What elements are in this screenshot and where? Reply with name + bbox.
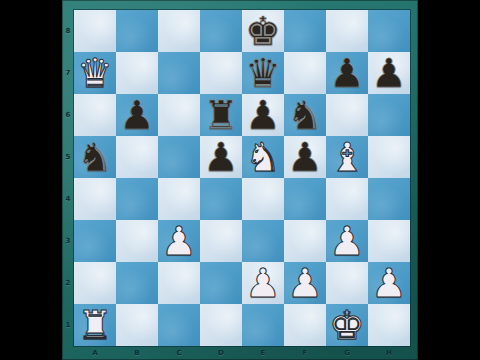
white-pawn-piece: ♟ <box>245 262 281 304</box>
square-d3[interactable] <box>200 220 242 262</box>
square-g7[interactable]: ♟ <box>326 52 368 94</box>
square-f3[interactable] <box>284 220 326 262</box>
square-b2[interactable] <box>116 262 158 304</box>
square-e1[interactable] <box>242 304 284 346</box>
rank-label-6: 6 <box>62 94 74 136</box>
square-b4[interactable] <box>116 178 158 220</box>
square-e3[interactable] <box>242 220 284 262</box>
square-g1[interactable]: ♚ <box>326 304 368 346</box>
square-a4[interactable] <box>74 178 116 220</box>
square-a5[interactable]: ♞ <box>74 136 116 178</box>
rank-label-3: 3 <box>62 220 74 262</box>
square-d6[interactable]: ♜ <box>200 94 242 136</box>
square-h5[interactable] <box>368 136 410 178</box>
white-pawn-piece: ♟ <box>161 220 197 262</box>
square-f7[interactable] <box>284 52 326 94</box>
chess-app-window: 87654321 ABCDEFGH ♚♛♛♟♟♟♜♟♞♞♟♞♟♝♟♟♟♟♟♜♚ <box>0 0 480 360</box>
square-g2[interactable] <box>326 262 368 304</box>
black-pawn-piece: ♟ <box>287 136 323 178</box>
square-f5[interactable]: ♟ <box>284 136 326 178</box>
square-a7[interactable]: ♛ <box>74 52 116 94</box>
square-e2[interactable]: ♟ <box>242 262 284 304</box>
black-pawn-piece: ♟ <box>119 94 155 136</box>
white-pawn-piece: ♟ <box>287 262 323 304</box>
rank-labels: 87654321 <box>62 10 74 346</box>
square-f8[interactable] <box>284 10 326 52</box>
square-g4[interactable] <box>326 178 368 220</box>
square-f6[interactable]: ♞ <box>284 94 326 136</box>
square-a6[interactable] <box>74 94 116 136</box>
square-c2[interactable] <box>158 262 200 304</box>
square-d4[interactable] <box>200 178 242 220</box>
square-c3[interactable]: ♟ <box>158 220 200 262</box>
square-h7[interactable]: ♟ <box>368 52 410 94</box>
white-pawn-piece: ♟ <box>371 262 407 304</box>
square-h6[interactable] <box>368 94 410 136</box>
rank-label-7: 7 <box>62 52 74 94</box>
square-h4[interactable] <box>368 178 410 220</box>
square-e5[interactable]: ♞ <box>242 136 284 178</box>
square-a1[interactable]: ♜ <box>74 304 116 346</box>
file-label-g: G <box>326 346 368 360</box>
square-e4[interactable] <box>242 178 284 220</box>
black-king-piece: ♚ <box>245 10 281 52</box>
rank-label-8: 8 <box>62 10 74 52</box>
black-pawn-piece: ♟ <box>245 94 281 136</box>
file-label-a: A <box>74 346 116 360</box>
square-b7[interactable] <box>116 52 158 94</box>
square-f2[interactable]: ♟ <box>284 262 326 304</box>
square-d1[interactable] <box>200 304 242 346</box>
square-c5[interactable] <box>158 136 200 178</box>
file-label-c: C <box>158 346 200 360</box>
square-h3[interactable] <box>368 220 410 262</box>
square-e7[interactable]: ♛ <box>242 52 284 94</box>
file-label-b: B <box>116 346 158 360</box>
white-rook-piece: ♜ <box>77 304 113 346</box>
square-b5[interactable] <box>116 136 158 178</box>
black-knight-piece: ♞ <box>287 94 323 136</box>
black-pawn-piece: ♟ <box>203 136 239 178</box>
square-c8[interactable] <box>158 10 200 52</box>
rank-label-4: 4 <box>62 178 74 220</box>
rank-label-2: 2 <box>62 262 74 304</box>
rank-label-1: 1 <box>62 304 74 346</box>
rank-label-5: 5 <box>62 136 74 178</box>
black-knight-piece: ♞ <box>77 136 113 178</box>
square-e6[interactable]: ♟ <box>242 94 284 136</box>
square-e8[interactable]: ♚ <box>242 10 284 52</box>
white-knight-piece: ♞ <box>245 136 281 178</box>
square-g3[interactable]: ♟ <box>326 220 368 262</box>
white-king-piece: ♚ <box>329 304 365 346</box>
square-d8[interactable] <box>200 10 242 52</box>
black-pawn-piece: ♟ <box>371 52 407 94</box>
square-h8[interactable] <box>368 10 410 52</box>
chess-board: ♚♛♛♟♟♟♜♟♞♞♟♞♟♝♟♟♟♟♟♜♚ <box>74 10 410 346</box>
file-label-h: H <box>368 346 410 360</box>
square-g8[interactable] <box>326 10 368 52</box>
file-labels: ABCDEFGH <box>74 346 410 360</box>
square-h1[interactable] <box>368 304 410 346</box>
file-label-d: D <box>200 346 242 360</box>
square-a8[interactable] <box>74 10 116 52</box>
square-c4[interactable] <box>158 178 200 220</box>
black-queen-piece: ♛ <box>245 52 281 94</box>
square-h2[interactable]: ♟ <box>368 262 410 304</box>
square-c1[interactable] <box>158 304 200 346</box>
black-rook-piece: ♜ <box>203 94 239 136</box>
white-queen-piece: ♛ <box>77 52 113 94</box>
square-d7[interactable] <box>200 52 242 94</box>
square-d5[interactable]: ♟ <box>200 136 242 178</box>
square-b3[interactable] <box>116 220 158 262</box>
white-bishop-piece: ♝ <box>329 136 365 178</box>
square-a3[interactable] <box>74 220 116 262</box>
square-d2[interactable] <box>200 262 242 304</box>
square-b8[interactable] <box>116 10 158 52</box>
file-label-f: F <box>284 346 326 360</box>
square-c6[interactable] <box>158 94 200 136</box>
file-label-e: E <box>242 346 284 360</box>
square-g6[interactable] <box>326 94 368 136</box>
square-a2[interactable] <box>74 262 116 304</box>
square-b1[interactable] <box>116 304 158 346</box>
square-b6[interactable]: ♟ <box>116 94 158 136</box>
white-pawn-piece: ♟ <box>329 220 365 262</box>
square-g5[interactable]: ♝ <box>326 136 368 178</box>
square-f4[interactable] <box>284 178 326 220</box>
black-pawn-piece: ♟ <box>329 52 365 94</box>
square-c7[interactable] <box>158 52 200 94</box>
square-f1[interactable] <box>284 304 326 346</box>
